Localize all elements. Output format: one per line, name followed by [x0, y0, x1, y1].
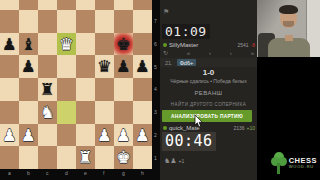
file-label-d: d	[65, 170, 68, 176]
file-label-e: e	[84, 170, 87, 176]
square-b3[interactable]	[19, 101, 38, 124]
next-move-icon[interactable]: ›	[230, 50, 232, 57]
white-pawn: ♟	[19, 124, 38, 147]
square-e3[interactable]	[76, 101, 95, 124]
square-f1[interactable]	[95, 146, 114, 169]
square-e4[interactable]	[76, 78, 95, 101]
logo-subtitle: WOOD.RU	[289, 165, 317, 169]
square-a8[interactable]	[0, 0, 19, 10]
white-queen: ♛	[57, 33, 76, 56]
square-b1[interactable]	[19, 146, 38, 169]
top-player-clock: 01:09	[162, 24, 210, 39]
black-pawn: ♟	[0, 33, 19, 56]
square-f7[interactable]	[95, 10, 114, 33]
material-score: +1	[179, 158, 185, 164]
black-queen: ♛	[95, 55, 114, 78]
bottom-player-clock: 00:46	[162, 132, 216, 151]
square-a7[interactable]	[0, 10, 19, 33]
square-g6[interactable]: ♚	[114, 33, 133, 56]
square-h8[interactable]	[133, 0, 152, 10]
square-d3[interactable]	[57, 101, 76, 124]
square-d5[interactable]	[57, 55, 76, 78]
black-pawn: ♟	[133, 55, 152, 78]
black-pawn: ♟	[19, 55, 38, 78]
square-d6[interactable]: ♛	[57, 33, 76, 56]
game-result: 1-0	[160, 68, 257, 77]
square-a4[interactable]	[0, 78, 19, 101]
square-h3[interactable]	[133, 101, 152, 124]
square-b7[interactable]	[19, 10, 38, 33]
bottom-player-rating-delta: +10	[247, 125, 255, 131]
top-player-name[interactable]: SillyMaster	[169, 42, 198, 48]
square-h6[interactable]	[133, 33, 152, 56]
square-g5[interactable]: ♟	[114, 55, 133, 78]
top-player-rating-delta: -8	[251, 42, 255, 48]
square-c4[interactable]: ♜	[38, 78, 57, 101]
square-c3[interactable]: ♞	[38, 101, 57, 124]
file-label-f: f	[103, 170, 104, 176]
square-f5[interactable]: ♛	[95, 55, 114, 78]
material-tray: ♞♟ +1	[164, 157, 184, 165]
rank-label-7: 7	[154, 18, 157, 24]
current-move[interactable]: Фd6+	[177, 59, 197, 66]
file-label-c: c	[46, 170, 49, 176]
prev-move-icon[interactable]: ‹	[209, 50, 211, 57]
bottom-player-rating: 2136	[233, 125, 244, 131]
square-c6[interactable]	[38, 33, 57, 56]
square-c1[interactable]	[38, 146, 57, 169]
square-d7[interactable]	[57, 10, 76, 33]
game-status-text: Чёрные сдались • Победа белых	[160, 78, 257, 84]
streamer-beard	[283, 21, 294, 27]
move-list-row: 21. Фd6+	[160, 58, 257, 67]
square-b4[interactable]	[19, 78, 38, 101]
square-c8[interactable]	[38, 0, 57, 10]
square-g4[interactable]	[114, 78, 133, 101]
square-a6[interactable]: ♟	[0, 33, 19, 56]
black-king: ♚	[114, 33, 133, 56]
square-e6[interactable]	[76, 33, 95, 56]
square-f4[interactable]	[95, 78, 114, 101]
new-opponent-button[interactable]: НАЙТИ ДРУГОГО СОПЕРНИКА	[160, 102, 257, 107]
top-player-rating: 2541	[237, 42, 248, 48]
white-king: ♚	[114, 146, 133, 169]
square-f2[interactable]: ♟	[95, 124, 114, 147]
square-h7[interactable]	[133, 10, 152, 33]
square-e2[interactable]	[76, 124, 95, 147]
online-dot-icon	[163, 126, 167, 130]
square-g3[interactable]	[114, 101, 133, 124]
square-h1[interactable]	[133, 146, 152, 169]
square-a3[interactable]	[0, 101, 19, 124]
rank-label-3: 3	[154, 109, 157, 115]
logo-title: CHESS	[289, 157, 317, 165]
square-g1[interactable]: ♚	[114, 146, 133, 169]
bottom-player-row: quick_Mate 2136 +10	[163, 125, 255, 131]
square-d8[interactable]	[57, 0, 76, 10]
rank-label-4: 4	[154, 86, 157, 92]
black-bishop: ♝	[19, 33, 38, 56]
square-a2[interactable]: ♟	[0, 124, 19, 147]
square-h2[interactable]: ♟	[133, 124, 152, 147]
analyze-game-button[interactable]: АНАЛИЗИРОВАТЬ ПАРТИЮ	[162, 110, 252, 122]
square-b2[interactable]: ♟	[19, 124, 38, 147]
webcam-feed	[257, 0, 320, 57]
first-move-icon[interactable]: «	[187, 50, 190, 57]
square-c2[interactable]	[38, 124, 57, 147]
square-b8[interactable]	[19, 0, 38, 10]
square-h5[interactable]: ♟	[133, 55, 152, 78]
tournament-flag-icon: ⚑	[163, 8, 169, 16]
square-g2[interactable]: ♟	[114, 124, 133, 147]
square-d1[interactable]	[57, 146, 76, 169]
move-nav-toolbar: ↻ « ‹ › »	[163, 50, 254, 57]
channel-logo: CHESS WOOD.RU	[271, 152, 317, 174]
white-knight: ♞	[38, 101, 57, 124]
white-rook: ♜	[76, 146, 95, 169]
tree-icon	[271, 152, 287, 174]
square-f6[interactable]	[95, 33, 114, 56]
square-e5[interactable]	[76, 55, 95, 78]
black-rook: ♜	[38, 78, 57, 101]
chess-board[interactable]: ♟♝♛♚♟♛♟♟♜♞♟♟♟♟♟♜♚	[0, 0, 152, 169]
square-e1[interactable]: ♜	[76, 146, 95, 169]
white-pawn: ♟	[0, 124, 19, 147]
square-f8[interactable]	[95, 0, 114, 10]
white-pawn: ♟	[95, 124, 114, 147]
square-c5[interactable]	[38, 55, 57, 78]
file-label-g: g	[122, 170, 125, 176]
white-pawn: ♟	[114, 124, 133, 147]
flip-board-icon[interactable]: ↻	[163, 50, 168, 57]
square-e7[interactable]	[76, 10, 95, 33]
rematch-button[interactable]: РЕВАНШ	[160, 90, 257, 96]
file-label-a: a	[8, 170, 11, 176]
square-c7[interactable]	[38, 10, 57, 33]
file-label-h: h	[141, 170, 144, 176]
streamer-neck	[285, 35, 293, 41]
square-g7[interactable]	[114, 10, 133, 33]
board-area: ♟♝♛♚♟♛♟♟♜♞♟♟♟♟♟♜♚ 1234567 abcdefgh	[0, 0, 160, 180]
square-d2[interactable]	[57, 124, 76, 147]
video-frame: ♟♝♛♚♟♛♟♟♜♞♟♟♟♟♟♜♚ 1234567 abcdefgh ⚑ 01:…	[0, 0, 320, 180]
rank-label-1: 1	[154, 155, 157, 161]
rank-label-6: 6	[154, 41, 157, 47]
last-move-icon[interactable]: »	[251, 50, 254, 57]
file-label-b: b	[27, 170, 30, 176]
rank-label-5: 5	[154, 64, 157, 70]
square-h4[interactable]	[133, 78, 152, 101]
bottom-player-name[interactable]: quick_Mate	[169, 125, 200, 131]
top-player-row: SillyMaster 2541 -8	[163, 42, 255, 48]
square-a5[interactable]	[0, 55, 19, 78]
game-panel: ⚑ 01:09 SillyMaster 2541 -8 ↻ « ‹ › » 21…	[160, 0, 257, 180]
square-d4[interactable]	[57, 78, 76, 101]
white-pawn: ♟	[133, 124, 152, 147]
square-b6[interactable]: ♝	[19, 33, 38, 56]
black-pawn: ♟	[114, 55, 133, 78]
square-g8[interactable]	[114, 0, 133, 10]
square-a1[interactable]	[0, 146, 19, 169]
move-number: 21.	[165, 60, 173, 66]
online-dot-icon	[163, 43, 167, 47]
square-b5[interactable]: ♟	[19, 55, 38, 78]
square-e8[interactable]	[76, 0, 95, 10]
captured-pieces-icons: ♞♟	[164, 157, 177, 165]
square-f3[interactable]	[95, 101, 114, 124]
rank-label-2: 2	[154, 132, 157, 138]
streamer-hair	[279, 5, 298, 14]
